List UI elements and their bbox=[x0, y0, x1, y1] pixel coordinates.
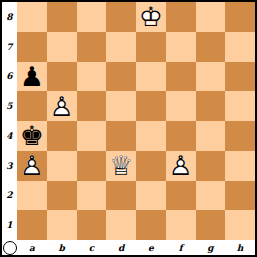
file-labels: abcdefgh bbox=[17, 240, 255, 255]
file-label-f: f bbox=[166, 240, 196, 255]
white-pawn-a3-outline: ♙ bbox=[17, 151, 47, 181]
rank-label-1: 1 bbox=[2, 210, 17, 240]
rank-label-5: 5 bbox=[2, 91, 17, 121]
file-label-a: a bbox=[17, 240, 47, 255]
square-b4[interactable] bbox=[47, 121, 77, 151]
square-g7[interactable] bbox=[196, 32, 226, 62]
square-g1[interactable] bbox=[196, 210, 226, 240]
black-king: ♚ bbox=[17, 121, 47, 151]
square-a3[interactable]: ♟♙ bbox=[17, 151, 47, 181]
file-label-h: h bbox=[225, 240, 255, 255]
square-e6[interactable] bbox=[136, 62, 166, 92]
square-e2[interactable] bbox=[136, 181, 166, 211]
square-h3[interactable] bbox=[225, 151, 255, 181]
square-a6[interactable]: ♟ bbox=[17, 62, 47, 92]
rank-label-6: 6 bbox=[2, 62, 17, 92]
square-b1[interactable] bbox=[47, 210, 77, 240]
square-d7[interactable] bbox=[106, 32, 136, 62]
square-e4[interactable] bbox=[136, 121, 166, 151]
rank-label-4: 4 bbox=[2, 121, 17, 151]
square-h7[interactable] bbox=[225, 32, 255, 62]
square-f1[interactable] bbox=[166, 210, 196, 240]
square-h5[interactable] bbox=[225, 91, 255, 121]
square-e8[interactable]: ♚♔ bbox=[136, 2, 166, 32]
square-g5[interactable] bbox=[196, 91, 226, 121]
square-e7[interactable] bbox=[136, 32, 166, 62]
square-a4[interactable]: ♚ bbox=[17, 121, 47, 151]
square-b7[interactable] bbox=[47, 32, 77, 62]
square-b2[interactable] bbox=[47, 181, 77, 211]
square-f6[interactable] bbox=[166, 62, 196, 92]
square-c7[interactable] bbox=[77, 32, 107, 62]
square-e5[interactable] bbox=[136, 91, 166, 121]
rank-label-7: 7 bbox=[2, 32, 17, 62]
file-label-d: d bbox=[106, 240, 136, 255]
square-d5[interactable] bbox=[106, 91, 136, 121]
white-pawn-b5: ♟♙ bbox=[47, 91, 77, 121]
square-e3[interactable] bbox=[136, 151, 166, 181]
file-label-c: c bbox=[77, 240, 107, 255]
square-g8[interactable] bbox=[196, 2, 226, 32]
square-a8[interactable] bbox=[17, 2, 47, 32]
white-pawn-a3: ♟♙ bbox=[17, 151, 47, 181]
square-d2[interactable] bbox=[106, 181, 136, 211]
square-g4[interactable] bbox=[196, 121, 226, 151]
square-d3[interactable]: ♛♕ bbox=[106, 151, 136, 181]
square-c4[interactable] bbox=[77, 121, 107, 151]
square-b6[interactable] bbox=[47, 62, 77, 92]
square-f2[interactable] bbox=[166, 181, 196, 211]
rank-label-2: 2 bbox=[2, 181, 17, 211]
white-pawn-f3-outline: ♙ bbox=[166, 151, 196, 181]
square-f8[interactable] bbox=[166, 2, 196, 32]
black-king-glyph: ♚ bbox=[17, 121, 47, 151]
square-b3[interactable] bbox=[47, 151, 77, 181]
square-g6[interactable] bbox=[196, 62, 226, 92]
black-pawn-a6: ♟ bbox=[17, 62, 47, 92]
side-to-move-indicator bbox=[2, 240, 17, 255]
square-g3[interactable] bbox=[196, 151, 226, 181]
square-b8[interactable] bbox=[47, 2, 77, 32]
file-label-b: b bbox=[47, 240, 77, 255]
square-h1[interactable] bbox=[225, 210, 255, 240]
white-king-outline: ♔ bbox=[136, 2, 166, 32]
white-pawn-b5-outline: ♙ bbox=[47, 91, 77, 121]
black-pawn-a6-glyph: ♟ bbox=[17, 62, 47, 92]
rank-label-3: 3 bbox=[2, 151, 17, 181]
square-d8[interactable] bbox=[106, 2, 136, 32]
square-h6[interactable] bbox=[225, 62, 255, 92]
square-c2[interactable] bbox=[77, 181, 107, 211]
white-queen: ♛♕ bbox=[106, 151, 136, 181]
square-c3[interactable] bbox=[77, 151, 107, 181]
square-f5[interactable] bbox=[166, 91, 196, 121]
file-label-g: g bbox=[196, 240, 226, 255]
square-c1[interactable] bbox=[77, 210, 107, 240]
square-d4[interactable] bbox=[106, 121, 136, 151]
square-e1[interactable] bbox=[136, 210, 166, 240]
square-h2[interactable] bbox=[225, 181, 255, 211]
rank-label-8: 8 bbox=[2, 2, 17, 32]
file-label-e: e bbox=[136, 240, 166, 255]
square-f4[interactable] bbox=[166, 121, 196, 151]
chess-board: ♚♔♟♟♙♚♟♙♛♕♟♙ bbox=[17, 2, 255, 240]
square-d6[interactable] bbox=[106, 62, 136, 92]
square-f7[interactable] bbox=[166, 32, 196, 62]
square-h4[interactable] bbox=[225, 121, 255, 151]
square-f3[interactable]: ♟♙ bbox=[166, 151, 196, 181]
square-c6[interactable] bbox=[77, 62, 107, 92]
square-b5[interactable]: ♟♙ bbox=[47, 91, 77, 121]
chess-diagram: 87654321 ♚♔♟♟♙♚♟♙♛♕♟♙ abcdefgh bbox=[0, 0, 257, 257]
square-d1[interactable] bbox=[106, 210, 136, 240]
white-king: ♚♔ bbox=[136, 2, 166, 32]
square-a2[interactable] bbox=[17, 181, 47, 211]
white-queen-outline: ♕ bbox=[106, 151, 136, 181]
square-c8[interactable] bbox=[77, 2, 107, 32]
white-pawn-f3: ♟♙ bbox=[166, 151, 196, 181]
rank-labels: 87654321 bbox=[2, 2, 17, 240]
square-g2[interactable] bbox=[196, 181, 226, 211]
square-a7[interactable] bbox=[17, 32, 47, 62]
square-a5[interactable] bbox=[17, 91, 47, 121]
square-a1[interactable] bbox=[17, 210, 47, 240]
square-h8[interactable] bbox=[225, 2, 255, 32]
white-to-move-circle bbox=[3, 241, 17, 255]
square-c5[interactable] bbox=[77, 91, 107, 121]
